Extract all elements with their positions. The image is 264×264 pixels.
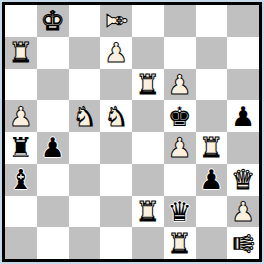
- square-e5[interactable]: [132, 100, 164, 132]
- square-b7[interactable]: [37, 37, 69, 69]
- square-b6[interactable]: [37, 69, 69, 101]
- square-c8[interactable]: [69, 5, 101, 37]
- white-pawn-piece[interactable]: ♟: [231, 198, 255, 225]
- square-c6[interactable]: [69, 69, 101, 101]
- white-bishop-rotated-piece[interactable]: ♝: [103, 9, 130, 33]
- white-rook-piece[interactable]: ♜: [168, 230, 192, 257]
- square-f4[interactable]: ♟: [164, 132, 196, 164]
- square-d8[interactable]: ♝: [100, 5, 132, 37]
- black-pawn-piece[interactable]: ♟: [231, 103, 255, 130]
- square-c2[interactable]: [69, 196, 101, 228]
- white-rook-piece[interactable]: ♜: [136, 198, 160, 225]
- square-g6[interactable]: [196, 69, 228, 101]
- square-b4[interactable]: ♟: [37, 132, 69, 164]
- black-pawn-piece[interactable]: ♟: [41, 134, 65, 161]
- square-h7[interactable]: [227, 37, 259, 69]
- white-rook-piece[interactable]: ♜: [9, 39, 33, 66]
- square-e2[interactable]: ♜: [132, 196, 164, 228]
- square-a7[interactable]: ♜: [5, 37, 37, 69]
- square-b5[interactable]: [37, 100, 69, 132]
- square-g1[interactable]: [196, 227, 228, 259]
- white-queen-rotated-piece[interactable]: ♛: [230, 231, 257, 255]
- square-f7[interactable]: [164, 37, 196, 69]
- square-f8[interactable]: [164, 5, 196, 37]
- square-a1[interactable]: [5, 227, 37, 259]
- chessboard-border: ♚♝♜♟♜♟♟♞♞♚♟♜♟♟♜♝♟♛♜♛♟♜♛: [2, 2, 262, 262]
- square-f1[interactable]: ♜: [164, 227, 196, 259]
- square-h3[interactable]: ♛: [227, 164, 259, 196]
- white-knight-piece[interactable]: ♞: [104, 103, 128, 130]
- square-f2[interactable]: ♛: [164, 196, 196, 228]
- square-d4[interactable]: [100, 132, 132, 164]
- square-a4[interactable]: ♜: [5, 132, 37, 164]
- white-rook-piece[interactable]: ♜: [136, 71, 160, 98]
- square-a5[interactable]: ♟: [5, 100, 37, 132]
- square-a6[interactable]: [5, 69, 37, 101]
- square-b8[interactable]: ♚: [37, 5, 69, 37]
- square-d7[interactable]: ♟: [100, 37, 132, 69]
- white-king-piece[interactable]: ♚: [41, 7, 65, 34]
- square-h1[interactable]: ♛: [227, 227, 259, 259]
- white-pawn-piece[interactable]: ♟: [9, 103, 33, 130]
- square-h8[interactable]: [227, 5, 259, 37]
- square-b2[interactable]: [37, 196, 69, 228]
- square-f6[interactable]: ♟: [164, 69, 196, 101]
- square-f5[interactable]: ♚: [164, 100, 196, 132]
- square-g2[interactable]: [196, 196, 228, 228]
- square-e4[interactable]: [132, 132, 164, 164]
- white-pawn-piece[interactable]: ♟: [168, 71, 192, 98]
- white-queen-piece[interactable]: ♛: [231, 166, 255, 193]
- square-a2[interactable]: [5, 196, 37, 228]
- square-d2[interactable]: [100, 196, 132, 228]
- square-h2[interactable]: ♟: [227, 196, 259, 228]
- square-e1[interactable]: [132, 227, 164, 259]
- square-c5[interactable]: ♞: [69, 100, 101, 132]
- square-d1[interactable]: [100, 227, 132, 259]
- black-pawn-piece[interactable]: ♟: [199, 166, 223, 193]
- square-e6[interactable]: ♜: [132, 69, 164, 101]
- square-b3[interactable]: [37, 164, 69, 196]
- square-g8[interactable]: [196, 5, 228, 37]
- square-f3[interactable]: [164, 164, 196, 196]
- square-c4[interactable]: [69, 132, 101, 164]
- white-rook-piece[interactable]: ♜: [199, 134, 223, 161]
- square-h4[interactable]: [227, 132, 259, 164]
- square-b1[interactable]: [37, 227, 69, 259]
- white-knight-piece[interactable]: ♞: [72, 103, 96, 130]
- square-a3[interactable]: ♝: [5, 164, 37, 196]
- black-bishop-piece[interactable]: ♝: [9, 166, 33, 193]
- square-d5[interactable]: ♞: [100, 100, 132, 132]
- square-g3[interactable]: ♟: [196, 164, 228, 196]
- black-queen-piece[interactable]: ♛: [168, 198, 192, 225]
- white-pawn-piece[interactable]: ♟: [104, 39, 128, 66]
- square-c3[interactable]: [69, 164, 101, 196]
- black-rook-piece[interactable]: ♜: [9, 134, 33, 161]
- chessboard: ♚♝♜♟♜♟♟♞♞♚♟♜♟♟♜♝♟♛♜♛♟♜♛: [5, 5, 259, 259]
- square-d3[interactable]: [100, 164, 132, 196]
- white-pawn-piece[interactable]: ♟: [168, 134, 192, 161]
- black-king-piece[interactable]: ♚: [168, 103, 192, 130]
- square-e7[interactable]: [132, 37, 164, 69]
- square-e3[interactable]: [132, 164, 164, 196]
- square-e8[interactable]: [132, 5, 164, 37]
- square-h6[interactable]: [227, 69, 259, 101]
- square-c1[interactable]: [69, 227, 101, 259]
- square-g4[interactable]: ♜: [196, 132, 228, 164]
- square-c7[interactable]: [69, 37, 101, 69]
- square-h5[interactable]: ♟: [227, 100, 259, 132]
- square-g7[interactable]: [196, 37, 228, 69]
- square-a8[interactable]: [5, 5, 37, 37]
- square-g5[interactable]: [196, 100, 228, 132]
- square-d6[interactable]: [100, 69, 132, 101]
- chessboard-frame: ♚♝♜♟♜♟♟♞♞♚♟♜♟♟♜♝♟♛♜♛♟♜♛: [0, 0, 264, 264]
